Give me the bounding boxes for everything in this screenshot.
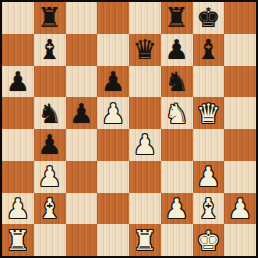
square-c2[interactable] xyxy=(66,193,98,225)
black-bishop[interactable]: ♝ xyxy=(196,34,220,65)
square-g6[interactable] xyxy=(193,66,225,98)
square-d4[interactable] xyxy=(97,129,129,161)
square-f5[interactable]: ♞ xyxy=(161,97,193,129)
square-a7[interactable] xyxy=(2,34,34,66)
white-king[interactable]: ♚ xyxy=(196,225,220,256)
white-pawn[interactable]: ♟ xyxy=(38,161,62,192)
square-h4[interactable] xyxy=(224,129,256,161)
square-c7[interactable] xyxy=(66,34,98,66)
black-queen[interactable]: ♛ xyxy=(133,34,157,65)
square-f2[interactable]: ♟ xyxy=(161,193,193,225)
black-rook[interactable]: ♜ xyxy=(165,2,189,33)
square-g4[interactable] xyxy=(193,129,225,161)
square-d8[interactable] xyxy=(97,2,129,34)
white-bishop[interactable]: ♝ xyxy=(196,193,220,224)
square-f7[interactable]: ♟ xyxy=(161,34,193,66)
square-b3[interactable]: ♟ xyxy=(34,161,66,193)
square-b5[interactable]: ♞ xyxy=(34,97,66,129)
white-pawn[interactable]: ♟ xyxy=(6,193,30,224)
white-bishop[interactable]: ♝ xyxy=(38,193,62,224)
square-a3[interactable] xyxy=(2,161,34,193)
square-c1[interactable] xyxy=(66,224,98,256)
square-b8[interactable]: ♜ xyxy=(34,2,66,34)
black-pawn[interactable]: ♟ xyxy=(165,34,189,65)
square-b7[interactable]: ♝ xyxy=(34,34,66,66)
chess-board: ♜♜♚♝♛♟♝♟♟♞♞♟♟♞♛♟♟♟♟♟♝♟♝♟♜♜♚ xyxy=(0,0,258,258)
square-g8[interactable]: ♚ xyxy=(193,2,225,34)
square-g1[interactable]: ♚ xyxy=(193,224,225,256)
square-f8[interactable]: ♜ xyxy=(161,2,193,34)
square-d6[interactable]: ♟ xyxy=(97,66,129,98)
black-knight[interactable]: ♞ xyxy=(165,66,189,97)
square-d5[interactable]: ♟ xyxy=(97,97,129,129)
square-g5[interactable]: ♛ xyxy=(193,97,225,129)
black-pawn[interactable]: ♟ xyxy=(6,66,30,97)
square-h5[interactable] xyxy=(224,97,256,129)
square-d3[interactable] xyxy=(97,161,129,193)
square-a8[interactable] xyxy=(2,2,34,34)
black-knight[interactable]: ♞ xyxy=(38,98,62,129)
square-e4[interactable]: ♟ xyxy=(129,129,161,161)
square-h8[interactable] xyxy=(224,2,256,34)
white-queen[interactable]: ♛ xyxy=(196,98,220,129)
square-f1[interactable] xyxy=(161,224,193,256)
black-pawn[interactable]: ♟ xyxy=(38,129,62,160)
white-knight[interactable]: ♞ xyxy=(165,98,189,129)
black-bishop[interactable]: ♝ xyxy=(38,34,62,65)
square-c5[interactable]: ♟ xyxy=(66,97,98,129)
square-f3[interactable] xyxy=(161,161,193,193)
white-pawn[interactable]: ♟ xyxy=(196,161,220,192)
square-e7[interactable]: ♛ xyxy=(129,34,161,66)
black-rook[interactable]: ♜ xyxy=(38,2,62,33)
square-a4[interactable] xyxy=(2,129,34,161)
black-king[interactable]: ♚ xyxy=(196,2,220,33)
square-c6[interactable] xyxy=(66,66,98,98)
white-pawn[interactable]: ♟ xyxy=(133,129,157,160)
square-a2[interactable]: ♟ xyxy=(2,193,34,225)
square-e8[interactable] xyxy=(129,2,161,34)
black-pawn[interactable]: ♟ xyxy=(101,66,125,97)
square-h1[interactable] xyxy=(224,224,256,256)
black-pawn[interactable]: ♟ xyxy=(69,98,93,129)
square-a6[interactable]: ♟ xyxy=(2,66,34,98)
square-h6[interactable] xyxy=(224,66,256,98)
square-e5[interactable] xyxy=(129,97,161,129)
square-d7[interactable] xyxy=(97,34,129,66)
square-c3[interactable] xyxy=(66,161,98,193)
square-h3[interactable] xyxy=(224,161,256,193)
square-b4[interactable]: ♟ xyxy=(34,129,66,161)
white-pawn[interactable]: ♟ xyxy=(228,193,252,224)
white-rook[interactable]: ♜ xyxy=(6,225,30,256)
square-g3[interactable]: ♟ xyxy=(193,161,225,193)
square-e6[interactable] xyxy=(129,66,161,98)
square-h2[interactable]: ♟ xyxy=(224,193,256,225)
white-pawn[interactable]: ♟ xyxy=(165,193,189,224)
white-rook[interactable]: ♜ xyxy=(133,225,157,256)
white-pawn[interactable]: ♟ xyxy=(101,98,125,129)
square-b1[interactable] xyxy=(34,224,66,256)
square-d2[interactable] xyxy=(97,193,129,225)
square-c8[interactable] xyxy=(66,2,98,34)
square-e1[interactable]: ♜ xyxy=(129,224,161,256)
square-a5[interactable] xyxy=(2,97,34,129)
square-a1[interactable]: ♜ xyxy=(2,224,34,256)
square-b6[interactable] xyxy=(34,66,66,98)
square-f6[interactable]: ♞ xyxy=(161,66,193,98)
square-g2[interactable]: ♝ xyxy=(193,193,225,225)
square-d1[interactable] xyxy=(97,224,129,256)
square-e3[interactable] xyxy=(129,161,161,193)
square-b2[interactable]: ♝ xyxy=(34,193,66,225)
square-c4[interactable] xyxy=(66,129,98,161)
square-f4[interactable] xyxy=(161,129,193,161)
square-h7[interactable] xyxy=(224,34,256,66)
square-g7[interactable]: ♝ xyxy=(193,34,225,66)
square-e2[interactable] xyxy=(129,193,161,225)
